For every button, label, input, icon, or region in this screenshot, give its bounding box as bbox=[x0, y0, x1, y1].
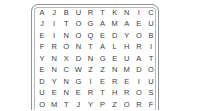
grid-cell[interactable]: N bbox=[48, 64, 60, 76]
grid-cell[interactable]: P bbox=[97, 99, 109, 111]
grid-cell[interactable]: O bbox=[72, 30, 84, 42]
grid-cell[interactable]: Y bbox=[36, 53, 48, 65]
grid-cell[interactable]: E bbox=[48, 87, 60, 99]
grid-cell[interactable]: I bbox=[48, 30, 60, 42]
grid-cell[interactable]: Y bbox=[121, 30, 133, 42]
word-search-board: AJBURTKNICJITOGAMAEUEINOQEDYOBFRONTALHRI… bbox=[31, 4, 159, 110]
grid-cell[interactable]: Y bbox=[84, 99, 96, 111]
grid-cell[interactable]: R bbox=[48, 41, 60, 53]
grid-cell[interactable]: B bbox=[60, 7, 72, 19]
grid-cell[interactable]: E bbox=[36, 30, 48, 42]
grid-cell[interactable]: E bbox=[121, 76, 133, 88]
grid-cell[interactable]: G bbox=[84, 18, 96, 30]
grid-cell[interactable]: A bbox=[97, 18, 109, 30]
grid-cell[interactable]: E bbox=[97, 30, 109, 42]
grid-cell[interactable]: U bbox=[72, 7, 84, 19]
grid-cell[interactable]: D bbox=[109, 30, 121, 42]
grid-cell[interactable]: J bbox=[36, 18, 48, 30]
grid-cell[interactable]: Q bbox=[84, 30, 96, 42]
grid-cell[interactable]: O bbox=[133, 30, 145, 42]
grid-cell[interactable]: R bbox=[109, 76, 121, 88]
grid-cell[interactable]: C bbox=[60, 64, 72, 76]
grid-cell[interactable]: M bbox=[109, 18, 121, 30]
grid-cell[interactable]: X bbox=[60, 53, 72, 65]
grid-cell[interactable]: O bbox=[60, 41, 72, 53]
grid-cell[interactable]: N bbox=[109, 64, 121, 76]
grid-cell[interactable]: N bbox=[121, 7, 133, 19]
grid-cell[interactable]: U bbox=[145, 18, 157, 30]
grid-cell[interactable]: A bbox=[121, 18, 133, 30]
grid-cell[interactable]: Z bbox=[109, 99, 121, 111]
grid-cell[interactable]: K bbox=[109, 7, 121, 19]
grid-cell[interactable]: Z bbox=[84, 64, 96, 76]
grid-cell[interactable]: A bbox=[97, 41, 109, 53]
grid-cell[interactable]: T bbox=[97, 87, 109, 99]
grid-cell[interactable]: I bbox=[145, 41, 157, 53]
grid-cell[interactable]: U bbox=[145, 76, 157, 88]
grid-cell[interactable]: Y bbox=[48, 76, 60, 88]
grid-cell[interactable]: C bbox=[145, 7, 157, 19]
grid-cell[interactable]: G bbox=[72, 76, 84, 88]
grid-cell[interactable]: H bbox=[109, 87, 121, 99]
grid-cell[interactable]: J bbox=[72, 99, 84, 111]
grid-cell[interactable]: A bbox=[36, 7, 48, 19]
grid-cell[interactable]: M bbox=[48, 99, 60, 111]
letter-grid: AJBURTKNICJITOGAMAEUEINOQEDYOBFRONTALHRI… bbox=[36, 7, 157, 111]
grid-cell[interactable]: W bbox=[72, 64, 84, 76]
grid-cell[interactable]: H bbox=[121, 41, 133, 53]
grid-cell[interactable]: F bbox=[36, 41, 48, 53]
grid-cell[interactable]: T bbox=[60, 99, 72, 111]
grid-cell[interactable]: U bbox=[121, 53, 133, 65]
grid-cell[interactable]: O bbox=[36, 99, 48, 111]
grid-cell[interactable]: T bbox=[97, 7, 109, 19]
grid-cell[interactable]: E bbox=[109, 53, 121, 65]
grid-cell[interactable]: E bbox=[36, 64, 48, 76]
grid-cell[interactable]: R bbox=[84, 87, 96, 99]
grid-cell[interactable]: O bbox=[72, 18, 84, 30]
grid-cell[interactable]: J bbox=[48, 7, 60, 19]
grid-cell[interactable]: E bbox=[97, 76, 109, 88]
grid-cell[interactable]: E bbox=[133, 18, 145, 30]
grid-cell[interactable]: R bbox=[121, 87, 133, 99]
grid-cell[interactable]: N bbox=[60, 30, 72, 42]
grid-cell[interactable]: R bbox=[84, 7, 96, 19]
grid-cell[interactable]: A bbox=[133, 53, 145, 65]
grid-cell[interactable]: D bbox=[36, 76, 48, 88]
grid-cell[interactable]: I bbox=[48, 18, 60, 30]
grid-cell[interactable]: L bbox=[109, 41, 121, 53]
grid-cell[interactable]: R bbox=[133, 41, 145, 53]
grid-cell[interactable]: N bbox=[72, 41, 84, 53]
grid-cell[interactable]: N bbox=[84, 53, 96, 65]
grid-cell[interactable]: G bbox=[97, 53, 109, 65]
grid-cell[interactable]: I bbox=[84, 76, 96, 88]
grid-cell[interactable]: N bbox=[60, 76, 72, 88]
grid-cell[interactable]: I bbox=[133, 7, 145, 19]
grid-cell[interactable]: N bbox=[60, 87, 72, 99]
grid-cell[interactable]: S bbox=[145, 87, 157, 99]
grid-cell[interactable]: O bbox=[121, 99, 133, 111]
grid-cell[interactable]: F bbox=[145, 99, 157, 111]
grid-cell[interactable]: T bbox=[145, 53, 157, 65]
grid-cell[interactable]: D bbox=[72, 53, 84, 65]
grid-cell[interactable]: M bbox=[121, 64, 133, 76]
grid-cell[interactable]: R bbox=[133, 99, 145, 111]
grid-cell[interactable]: U bbox=[36, 87, 48, 99]
grid-cell[interactable]: T bbox=[60, 18, 72, 30]
grid-cell[interactable]: T bbox=[84, 41, 96, 53]
grid-cell[interactable]: O bbox=[133, 87, 145, 99]
grid-cell[interactable]: B bbox=[145, 30, 157, 42]
grid-cell[interactable]: Z bbox=[97, 64, 109, 76]
grid-cell[interactable]: D bbox=[133, 64, 145, 76]
grid-cell[interactable]: O bbox=[145, 64, 157, 76]
grid-cell[interactable]: E bbox=[72, 87, 84, 99]
grid-cell[interactable]: I bbox=[133, 76, 145, 88]
grid-cell[interactable]: N bbox=[48, 53, 60, 65]
